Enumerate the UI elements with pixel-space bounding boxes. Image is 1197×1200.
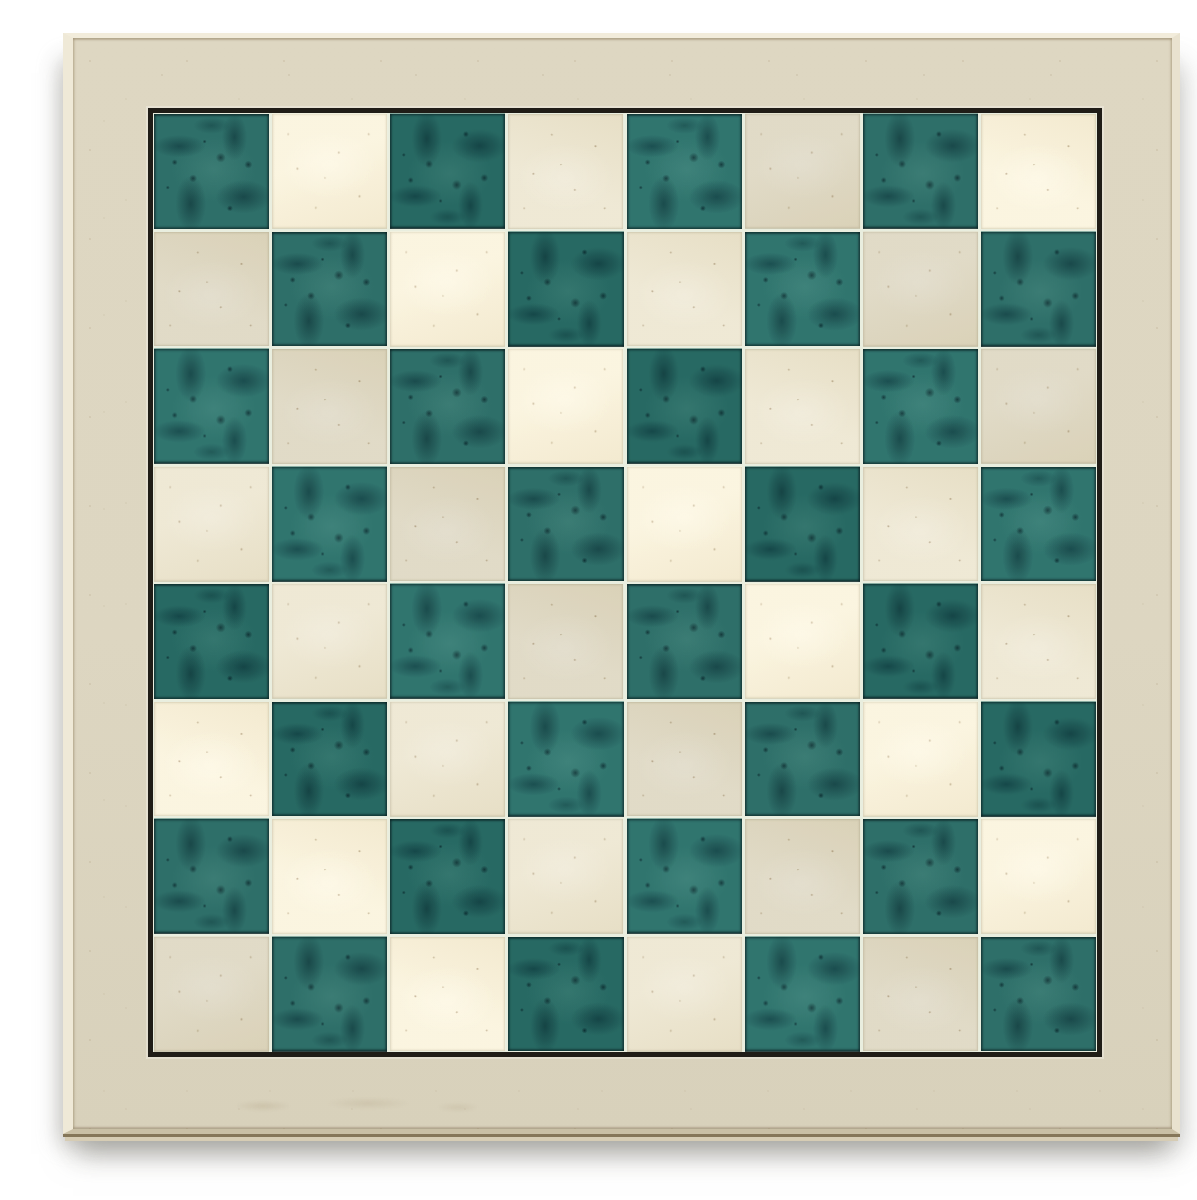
square-d2[interactable]: [508, 819, 623, 934]
square-f1[interactable]: [745, 937, 860, 1052]
board-grid: [153, 113, 1097, 1052]
square-h2[interactable]: [981, 819, 1096, 934]
square-e8[interactable]: [627, 114, 742, 229]
square-d4[interactable]: [508, 584, 623, 699]
square-d3[interactable]: [508, 702, 623, 817]
square-d7[interactable]: [508, 232, 623, 347]
square-f2[interactable]: [745, 819, 860, 934]
square-c7[interactable]: [390, 232, 505, 347]
square-e5[interactable]: [627, 467, 742, 582]
square-a3[interactable]: [154, 702, 269, 817]
square-d8[interactable]: [508, 114, 623, 229]
square-g2[interactable]: [863, 819, 978, 934]
square-e7[interactable]: [627, 232, 742, 347]
square-d6[interactable]: [508, 349, 623, 464]
square-e2[interactable]: [627, 819, 742, 934]
square-f4[interactable]: [745, 584, 860, 699]
square-f7[interactable]: [745, 232, 860, 347]
square-e4[interactable]: [627, 584, 742, 699]
square-c6[interactable]: [390, 349, 505, 464]
square-a4[interactable]: [154, 584, 269, 699]
square-g8[interactable]: [863, 114, 978, 229]
square-g5[interactable]: [863, 467, 978, 582]
square-h1[interactable]: [981, 937, 1096, 1052]
square-a1[interactable]: [154, 937, 269, 1052]
square-b2[interactable]: [272, 819, 387, 934]
square-g7[interactable]: [863, 232, 978, 347]
square-b8[interactable]: [272, 114, 387, 229]
square-c2[interactable]: [390, 819, 505, 934]
square-f6[interactable]: [745, 349, 860, 464]
square-a8[interactable]: [154, 114, 269, 229]
square-g3[interactable]: [863, 702, 978, 817]
square-g6[interactable]: [863, 349, 978, 464]
square-h3[interactable]: [981, 702, 1096, 817]
maker-imprint: [203, 1093, 503, 1119]
square-b4[interactable]: [272, 584, 387, 699]
square-b1[interactable]: [272, 937, 387, 1052]
square-f3[interactable]: [745, 702, 860, 817]
square-h8[interactable]: [981, 114, 1096, 229]
square-h7[interactable]: [981, 232, 1096, 347]
square-b5[interactable]: [272, 467, 387, 582]
square-c3[interactable]: [390, 702, 505, 817]
square-f8[interactable]: [745, 114, 860, 229]
square-h6[interactable]: [981, 349, 1096, 464]
square-d5[interactable]: [508, 467, 623, 582]
chessboard-frame: [63, 33, 1180, 1134]
square-c4[interactable]: [390, 584, 505, 699]
square-g4[interactable]: [863, 584, 978, 699]
square-e1[interactable]: [627, 937, 742, 1052]
square-c8[interactable]: [390, 114, 505, 229]
square-e3[interactable]: [627, 702, 742, 817]
square-a7[interactable]: [154, 232, 269, 347]
square-c5[interactable]: [390, 467, 505, 582]
square-g1[interactable]: [863, 937, 978, 1052]
square-a5[interactable]: [154, 467, 269, 582]
square-f5[interactable]: [745, 467, 860, 582]
product-photo: [0, 0, 1197, 1200]
square-h4[interactable]: [981, 584, 1096, 699]
square-c1[interactable]: [390, 937, 505, 1052]
playing-area: [148, 108, 1102, 1057]
square-a2[interactable]: [154, 819, 269, 934]
square-b7[interactable]: [272, 232, 387, 347]
square-a6[interactable]: [154, 349, 269, 464]
square-h5[interactable]: [981, 467, 1096, 582]
square-b3[interactable]: [272, 702, 387, 817]
square-b6[interactable]: [272, 349, 387, 464]
square-e6[interactable]: [627, 349, 742, 464]
square-d1[interactable]: [508, 937, 623, 1052]
